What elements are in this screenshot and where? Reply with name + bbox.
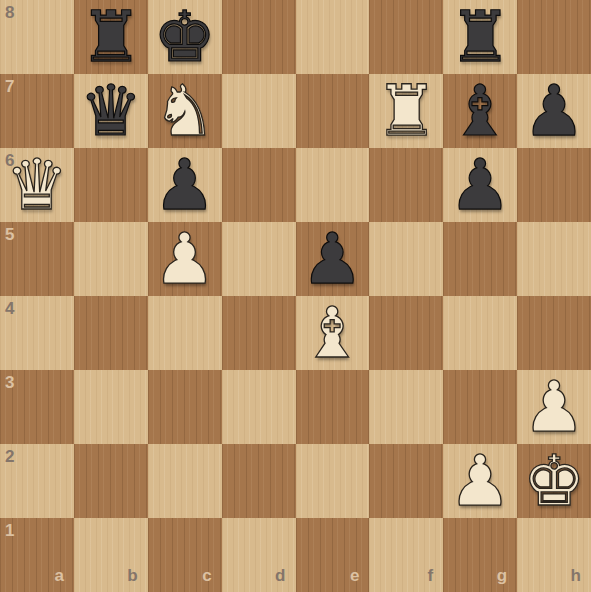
square-h2[interactable]: ♚	[517, 444, 591, 518]
piece-black-pawn: ♟	[153, 148, 216, 222]
square-f5[interactable]	[369, 222, 443, 296]
square-b3[interactable]	[74, 370, 148, 444]
square-f1[interactable]: f	[369, 518, 443, 592]
square-d3[interactable]	[222, 370, 296, 444]
square-h3[interactable]: ♟	[517, 370, 591, 444]
square-c7[interactable]: ♞	[148, 74, 222, 148]
square-c1[interactable]: c	[148, 518, 222, 592]
rank-label-5: 5	[5, 225, 14, 245]
square-e1[interactable]: e	[296, 518, 370, 592]
piece-black-rook: ♜	[79, 0, 142, 74]
file-label-e: e	[350, 566, 359, 586]
file-label-d: d	[275, 566, 285, 586]
square-b6[interactable]	[74, 148, 148, 222]
square-e6[interactable]	[296, 148, 370, 222]
square-d4[interactable]	[222, 296, 296, 370]
piece-white-bishop: ♝	[301, 296, 364, 370]
square-g8[interactable]: ♜	[443, 0, 517, 74]
square-f8[interactable]	[369, 0, 443, 74]
square-f6[interactable]	[369, 148, 443, 222]
square-b8[interactable]: ♜	[74, 0, 148, 74]
square-g7[interactable]: ♝	[443, 74, 517, 148]
square-d1[interactable]: d	[222, 518, 296, 592]
chess-board-window: 8♜♚♜7♛♞♜♝♟6♛♟♟5♟♟4♝3♟2♟♚1abcdefgh	[0, 0, 591, 592]
square-f2[interactable]	[369, 444, 443, 518]
chess-board: 8♜♚♜7♛♞♜♝♟6♛♟♟5♟♟4♝3♟2♟♚1abcdefgh	[0, 0, 591, 592]
piece-white-pawn: ♟	[523, 370, 586, 444]
file-label-c: c	[202, 566, 211, 586]
piece-black-pawn: ♟	[449, 148, 512, 222]
file-label-b: b	[127, 566, 137, 586]
square-c6[interactable]: ♟	[148, 148, 222, 222]
square-a1[interactable]: 1a	[0, 518, 74, 592]
square-g6[interactable]: ♟	[443, 148, 517, 222]
piece-black-pawn: ♟	[301, 222, 364, 296]
square-d5[interactable]	[222, 222, 296, 296]
square-a2[interactable]: 2	[0, 444, 74, 518]
piece-white-pawn: ♟	[449, 444, 512, 518]
square-g5[interactable]	[443, 222, 517, 296]
rank-label-8: 8	[5, 3, 14, 23]
piece-white-knight: ♞	[153, 74, 216, 148]
square-b7[interactable]: ♛	[74, 74, 148, 148]
square-h8[interactable]	[517, 0, 591, 74]
file-label-a: a	[54, 566, 63, 586]
file-label-h: h	[571, 566, 581, 586]
square-h5[interactable]	[517, 222, 591, 296]
square-b2[interactable]	[74, 444, 148, 518]
piece-white-rook: ♜	[375, 74, 438, 148]
square-a6[interactable]: 6♛	[0, 148, 74, 222]
square-a3[interactable]: 3	[0, 370, 74, 444]
square-e2[interactable]	[296, 444, 370, 518]
rank-label-2: 2	[5, 447, 14, 467]
square-d8[interactable]	[222, 0, 296, 74]
rank-label-7: 7	[5, 77, 14, 97]
piece-black-rook: ♜	[449, 0, 512, 74]
square-e8[interactable]	[296, 0, 370, 74]
square-h7[interactable]: ♟	[517, 74, 591, 148]
square-g4[interactable]	[443, 296, 517, 370]
square-c5[interactable]: ♟	[148, 222, 222, 296]
piece-black-king: ♚	[153, 0, 216, 74]
rank-label-3: 3	[5, 373, 14, 393]
square-a4[interactable]: 4	[0, 296, 74, 370]
square-f3[interactable]	[369, 370, 443, 444]
square-b4[interactable]	[74, 296, 148, 370]
square-d7[interactable]	[222, 74, 296, 148]
file-label-g: g	[497, 566, 507, 586]
square-c4[interactable]	[148, 296, 222, 370]
square-a7[interactable]: 7	[0, 74, 74, 148]
piece-black-queen: ♛	[79, 74, 142, 148]
rank-label-4: 4	[5, 299, 14, 319]
square-e5[interactable]: ♟	[296, 222, 370, 296]
square-h4[interactable]	[517, 296, 591, 370]
square-c2[interactable]	[148, 444, 222, 518]
square-b1[interactable]: b	[74, 518, 148, 592]
square-e7[interactable]	[296, 74, 370, 148]
square-d2[interactable]	[222, 444, 296, 518]
square-f7[interactable]: ♜	[369, 74, 443, 148]
piece-black-bishop: ♝	[449, 74, 512, 148]
piece-white-pawn: ♟	[153, 222, 216, 296]
square-c3[interactable]	[148, 370, 222, 444]
square-d6[interactable]	[222, 148, 296, 222]
file-label-f: f	[428, 566, 434, 586]
square-g1[interactable]: g	[443, 518, 517, 592]
square-h1[interactable]: h	[517, 518, 591, 592]
square-a8[interactable]: 8	[0, 0, 74, 74]
square-e4[interactable]: ♝	[296, 296, 370, 370]
piece-black-pawn: ♟	[523, 74, 586, 148]
square-a5[interactable]: 5	[0, 222, 74, 296]
piece-white-queen: ♛	[6, 148, 69, 222]
rank-label-1: 1	[5, 521, 14, 541]
square-g2[interactable]: ♟	[443, 444, 517, 518]
square-b5[interactable]	[74, 222, 148, 296]
square-h6[interactable]	[517, 148, 591, 222]
square-f4[interactable]	[369, 296, 443, 370]
square-e3[interactable]	[296, 370, 370, 444]
piece-white-king: ♚	[523, 444, 586, 518]
square-g3[interactable]	[443, 370, 517, 444]
square-c8[interactable]: ♚	[148, 0, 222, 74]
